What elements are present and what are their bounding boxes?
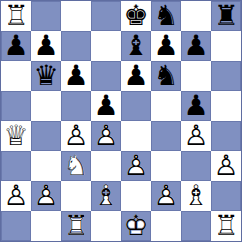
piece-black-rook[interactable]: ♜ xyxy=(211,1,241,31)
piece-white-pawn[interactable]: ♟♙ xyxy=(91,121,121,151)
square-h2[interactable] xyxy=(211,181,241,211)
piece-white-bishop[interactable]: ♝♗ xyxy=(91,181,121,211)
white-piece-outline: ♙ xyxy=(211,151,241,181)
square-c4[interactable]: ♟♙ xyxy=(61,121,91,151)
square-g4[interactable]: ♟♙ xyxy=(181,121,211,151)
white-piece-outline: ♗ xyxy=(91,181,121,211)
piece-black-pawn[interactable]: ♟ xyxy=(181,91,211,121)
piece-white-pawn[interactable]: ♟♙ xyxy=(121,151,151,181)
white-piece-outline: ♙ xyxy=(61,121,91,151)
black-piece-glyph: ♟ xyxy=(61,61,91,91)
square-d7[interactable] xyxy=(91,31,121,61)
black-piece-glyph: ♝ xyxy=(121,31,151,61)
square-b3[interactable] xyxy=(31,151,61,181)
square-h8[interactable]: ♜ xyxy=(211,1,241,31)
piece-black-queen[interactable]: ♛ xyxy=(31,61,61,91)
square-c1[interactable]: ♜♖ xyxy=(61,211,91,241)
black-piece-glyph: ♟ xyxy=(181,91,211,121)
square-f6[interactable]: ♞ xyxy=(151,61,181,91)
piece-white-rook[interactable]: ♜♖ xyxy=(1,1,31,31)
black-piece-glyph: ♟ xyxy=(151,31,181,61)
square-h3[interactable]: ♟♙ xyxy=(211,151,241,181)
piece-white-pawn[interactable]: ♟♙ xyxy=(151,181,181,211)
white-piece-outline: ♔ xyxy=(121,211,151,241)
square-f5[interactable] xyxy=(151,91,181,121)
square-b2[interactable]: ♟♙ xyxy=(31,181,61,211)
square-h5[interactable] xyxy=(211,91,241,121)
square-e1[interactable]: ♚♔ xyxy=(121,211,151,241)
white-piece-outline: ♙ xyxy=(181,121,211,151)
piece-white-bishop[interactable]: ♝♗ xyxy=(181,181,211,211)
piece-white-pawn[interactable]: ♟♙ xyxy=(31,181,61,211)
square-f3[interactable] xyxy=(151,151,181,181)
square-b8[interactable] xyxy=(31,1,61,31)
square-e5[interactable] xyxy=(121,91,151,121)
square-f7[interactable]: ♟ xyxy=(151,31,181,61)
black-piece-glyph: ♟ xyxy=(31,31,61,61)
square-a1[interactable] xyxy=(1,211,31,241)
square-e6[interactable]: ♟ xyxy=(121,61,151,91)
square-a3[interactable] xyxy=(1,151,31,181)
piece-white-rook[interactable]: ♜♖ xyxy=(211,211,241,241)
square-c5[interactable] xyxy=(61,91,91,121)
white-piece-outline: ♘ xyxy=(61,151,91,181)
piece-white-queen[interactable]: ♛♕ xyxy=(1,121,31,151)
square-b4[interactable] xyxy=(31,121,61,151)
piece-black-bishop[interactable]: ♝ xyxy=(121,31,151,61)
square-a2[interactable]: ♟♙ xyxy=(1,181,31,211)
square-f2[interactable]: ♟♙ xyxy=(151,181,181,211)
white-piece-outline: ♙ xyxy=(151,181,181,211)
piece-black-knight[interactable]: ♞ xyxy=(151,1,181,31)
square-e8[interactable]: ♚ xyxy=(121,1,151,31)
piece-white-knight[interactable]: ♞♘ xyxy=(61,151,91,181)
square-a4[interactable]: ♛♕ xyxy=(1,121,31,151)
black-piece-glyph: ♚ xyxy=(121,1,151,31)
square-e4[interactable] xyxy=(121,121,151,151)
square-a6[interactable] xyxy=(1,61,31,91)
piece-white-pawn[interactable]: ♟♙ xyxy=(61,121,91,151)
square-b5[interactable] xyxy=(31,91,61,121)
piece-white-pawn[interactable]: ♟♙ xyxy=(181,121,211,151)
piece-black-pawn[interactable]: ♟ xyxy=(121,61,151,91)
square-c7[interactable] xyxy=(61,31,91,61)
square-b7[interactable]: ♟ xyxy=(31,31,61,61)
square-f1[interactable] xyxy=(151,211,181,241)
white-piece-outline: ♙ xyxy=(91,121,121,151)
black-piece-glyph: ♞ xyxy=(151,61,181,91)
square-g3[interactable] xyxy=(181,151,211,181)
piece-black-knight[interactable]: ♞ xyxy=(151,61,181,91)
black-piece-glyph: ♟ xyxy=(181,31,211,61)
square-h7[interactable] xyxy=(211,31,241,61)
square-h1[interactable]: ♜♖ xyxy=(211,211,241,241)
square-c2[interactable] xyxy=(61,181,91,211)
square-g8[interactable] xyxy=(181,1,211,31)
white-piece-outline: ♙ xyxy=(31,181,61,211)
white-piece-outline: ♖ xyxy=(211,211,241,241)
piece-black-pawn[interactable]: ♟ xyxy=(1,31,31,61)
square-d4[interactable]: ♟♙ xyxy=(91,121,121,151)
square-a7[interactable]: ♟ xyxy=(1,31,31,61)
black-piece-glyph: ♟ xyxy=(1,31,31,61)
square-g6[interactable] xyxy=(181,61,211,91)
square-h6[interactable] xyxy=(211,61,241,91)
white-piece-outline: ♗ xyxy=(181,181,211,211)
black-piece-glyph: ♛ xyxy=(31,61,61,91)
white-piece-outline: ♙ xyxy=(1,181,31,211)
square-f4[interactable] xyxy=(151,121,181,151)
square-c3[interactable]: ♞♘ xyxy=(61,151,91,181)
square-a5[interactable] xyxy=(1,91,31,121)
square-e7[interactable]: ♝ xyxy=(121,31,151,61)
piece-white-pawn[interactable]: ♟♙ xyxy=(211,151,241,181)
piece-white-rook[interactable]: ♜♖ xyxy=(61,211,91,241)
piece-black-pawn[interactable]: ♟ xyxy=(181,31,211,61)
piece-white-king[interactable]: ♚♔ xyxy=(121,211,151,241)
square-b6[interactable]: ♛ xyxy=(31,61,61,91)
chess-board: ♜♖♚♞♜♟♟♝♟♟♛♟♟♞♟♟♛♕♟♙♟♙♟♙♞♘♟♙♟♙♟♙♟♙♝♗♟♙♝♗… xyxy=(0,0,242,242)
black-piece-glyph: ♜ xyxy=(211,1,241,31)
square-d2[interactable]: ♝♗ xyxy=(91,181,121,211)
piece-black-pawn[interactable]: ♟ xyxy=(91,91,121,121)
piece-black-pawn[interactable]: ♟ xyxy=(151,31,181,61)
square-c6[interactable]: ♟ xyxy=(61,61,91,91)
square-g2[interactable]: ♝♗ xyxy=(181,181,211,211)
square-d6[interactable] xyxy=(91,61,121,91)
black-piece-glyph: ♟ xyxy=(121,61,151,91)
piece-white-pawn[interactable]: ♟♙ xyxy=(1,181,31,211)
black-piece-glyph: ♞ xyxy=(151,1,181,31)
piece-black-king[interactable]: ♚ xyxy=(121,1,151,31)
square-b1[interactable] xyxy=(31,211,61,241)
square-h4[interactable] xyxy=(211,121,241,151)
black-piece-glyph: ♟ xyxy=(91,91,121,121)
square-a8[interactable]: ♜♖ xyxy=(1,1,31,31)
piece-black-pawn[interactable]: ♟ xyxy=(61,61,91,91)
square-f8[interactable]: ♞ xyxy=(151,1,181,31)
square-d1[interactable] xyxy=(91,211,121,241)
square-g1[interactable] xyxy=(181,211,211,241)
piece-black-pawn[interactable]: ♟ xyxy=(31,31,61,61)
square-e3[interactable]: ♟♙ xyxy=(121,151,151,181)
square-g5[interactable]: ♟ xyxy=(181,91,211,121)
white-piece-outline: ♖ xyxy=(61,211,91,241)
white-piece-outline: ♕ xyxy=(1,121,31,151)
square-e2[interactable] xyxy=(121,181,151,211)
square-d5[interactable]: ♟ xyxy=(91,91,121,121)
square-d3[interactable] xyxy=(91,151,121,181)
square-c8[interactable] xyxy=(61,1,91,31)
square-g7[interactable]: ♟ xyxy=(181,31,211,61)
white-piece-outline: ♙ xyxy=(121,151,151,181)
white-piece-outline: ♖ xyxy=(1,1,31,31)
square-d8[interactable] xyxy=(91,1,121,31)
